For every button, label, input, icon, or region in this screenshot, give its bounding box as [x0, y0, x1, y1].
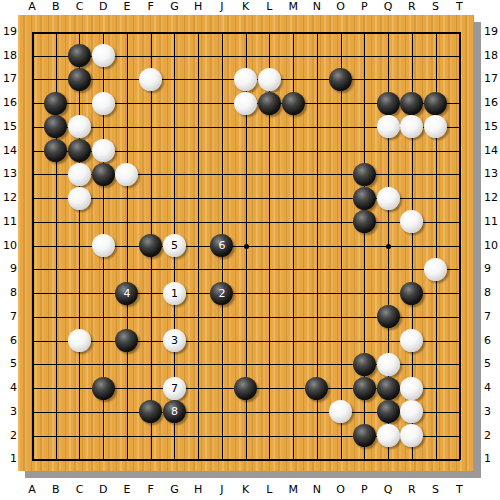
column-label-bottom: B: [46, 483, 66, 497]
stone-black[interactable]: [377, 92, 400, 115]
stone-black[interactable]: [377, 400, 400, 423]
stone-white[interactable]: 3: [163, 329, 186, 352]
row-label-left: 5: [0, 357, 17, 371]
stone-move-number: 1: [171, 288, 178, 299]
stone-move-number: 4: [123, 288, 130, 299]
stone-black[interactable]: [234, 377, 257, 400]
stone-white[interactable]: [424, 115, 447, 138]
stone-white[interactable]: [424, 258, 447, 281]
stone-white[interactable]: [377, 353, 400, 376]
row-label-right: 8: [484, 286, 500, 300]
column-label-bottom: E: [117, 483, 137, 497]
row-label-right: 17: [484, 72, 500, 86]
stone-black[interactable]: [377, 377, 400, 400]
stone-white[interactable]: [400, 400, 423, 423]
column-label-bottom: C: [69, 483, 89, 497]
stone-white[interactable]: [92, 139, 115, 162]
row-label-left: 4: [0, 381, 17, 395]
column-label-top: D: [93, 0, 113, 14]
stone-white[interactable]: 5: [163, 234, 186, 257]
stone-black[interactable]: [44, 115, 67, 138]
column-label-bottom: K: [236, 483, 256, 497]
board-grid-line-horizontal: [32, 293, 460, 294]
column-label-bottom: M: [283, 483, 303, 497]
column-label-top: J: [212, 0, 232, 14]
row-label-left: 3: [0, 405, 17, 419]
stone-white[interactable]: [68, 163, 91, 186]
column-label-bottom: P: [354, 483, 374, 497]
column-label-top: G: [164, 0, 184, 14]
column-label-top: H: [188, 0, 208, 14]
board-grid-line-horizontal: [32, 459, 460, 461]
column-label-top: T: [449, 0, 469, 14]
column-label-bottom: O: [331, 483, 351, 497]
stone-white[interactable]: [68, 115, 91, 138]
stone-black[interactable]: [353, 210, 376, 233]
stone-black[interactable]: [353, 187, 376, 210]
column-label-top: F: [141, 0, 161, 14]
column-label-bottom: A: [22, 483, 42, 497]
row-label-right: 15: [484, 120, 500, 134]
column-label-top: A: [22, 0, 42, 14]
row-label-right: 16: [484, 96, 500, 110]
stone-black[interactable]: [282, 92, 305, 115]
stone-white[interactable]: [258, 68, 281, 91]
column-label-bottom: R: [402, 483, 422, 497]
board-grid-line-vertical: [341, 32, 342, 460]
row-label-left: 15: [0, 120, 17, 134]
column-label-top: O: [331, 0, 351, 14]
stone-black[interactable]: [400, 92, 423, 115]
column-label-top: M: [283, 0, 303, 14]
column-label-bottom: Q: [378, 483, 398, 497]
stone-white[interactable]: [68, 329, 91, 352]
stone-black[interactable]: [68, 44, 91, 67]
column-label-bottom: D: [93, 483, 113, 497]
stone-black[interactable]: [400, 282, 423, 305]
stone-white[interactable]: 1: [163, 282, 186, 305]
stone-black[interactable]: [353, 424, 376, 447]
row-label-left: 8: [0, 286, 17, 300]
stone-move-number: 8: [171, 406, 178, 417]
stone-black[interactable]: 2: [210, 282, 233, 305]
column-label-bottom: J: [212, 483, 232, 497]
row-label-right: 1: [484, 452, 500, 466]
column-label-top: N: [307, 0, 327, 14]
stone-black[interactable]: [353, 163, 376, 186]
column-label-bottom: T: [449, 483, 469, 497]
column-label-top: K: [236, 0, 256, 14]
stone-white[interactable]: [92, 44, 115, 67]
go-board[interactable]: 56412378: [18, 15, 474, 471]
stone-move-number: 5: [171, 240, 178, 251]
stone-white[interactable]: [400, 329, 423, 352]
stone-white[interactable]: [377, 115, 400, 138]
stone-black[interactable]: [353, 353, 376, 376]
row-label-right: 5: [484, 357, 500, 371]
stone-white[interactable]: [234, 68, 257, 91]
stone-white[interactable]: [115, 163, 138, 186]
row-label-left: 17: [0, 72, 17, 86]
row-label-left: 6: [0, 334, 17, 348]
column-label-top: Q: [378, 0, 398, 14]
stone-black[interactable]: [305, 377, 328, 400]
stone-black[interactable]: [329, 68, 352, 91]
row-label-left: 1: [0, 452, 17, 466]
stone-black[interactable]: 6: [210, 234, 233, 257]
column-label-bottom: F: [141, 483, 161, 497]
column-label-bottom: L: [259, 483, 279, 497]
stone-white[interactable]: [329, 400, 352, 423]
stone-white[interactable]: [400, 115, 423, 138]
row-label-left: 16: [0, 96, 17, 110]
row-label-right: 3: [484, 405, 500, 419]
row-label-left: 18: [0, 49, 17, 63]
board-grid-line-horizontal: [32, 269, 460, 270]
stone-white[interactable]: [68, 187, 91, 210]
row-label-right: 2: [484, 429, 500, 443]
stone-white[interactable]: [234, 92, 257, 115]
stone-black[interactable]: [92, 377, 115, 400]
stone-black[interactable]: [92, 163, 115, 186]
column-label-top: S: [426, 0, 446, 14]
row-label-left: 11: [0, 215, 17, 229]
star-point: [244, 244, 249, 249]
column-label-top: C: [69, 0, 89, 14]
star-point: [386, 244, 391, 249]
row-label-left: 10: [0, 239, 17, 253]
stone-black[interactable]: [68, 68, 91, 91]
row-label-right: 7: [484, 310, 500, 324]
row-label-left: 2: [0, 429, 17, 443]
stone-move-number: 7: [171, 383, 178, 394]
stone-black[interactable]: [353, 377, 376, 400]
stone-white[interactable]: [377, 187, 400, 210]
row-label-right: 4: [484, 381, 500, 395]
row-label-right: 18: [484, 49, 500, 63]
stone-white[interactable]: [92, 92, 115, 115]
stone-white[interactable]: 7: [163, 377, 186, 400]
row-label-right: 6: [484, 334, 500, 348]
row-label-left: 14: [0, 144, 17, 158]
stone-black[interactable]: 8: [163, 400, 186, 423]
stone-black[interactable]: [44, 92, 67, 115]
stone-black[interactable]: [44, 139, 67, 162]
column-label-top: B: [46, 0, 66, 14]
board-grid-line-horizontal: [32, 341, 460, 342]
stone-black[interactable]: [377, 305, 400, 328]
stone-black[interactable]: [424, 92, 447, 115]
column-label-top: L: [259, 0, 279, 14]
row-label-left: 19: [0, 25, 17, 39]
stone-white[interactable]: [377, 424, 400, 447]
row-label-right: 13: [484, 167, 500, 181]
column-label-bottom: G: [164, 483, 184, 497]
stone-black[interactable]: 4: [115, 282, 138, 305]
row-label-right: 10: [484, 239, 500, 253]
go-game-screen: 56412378 AABBCCDDEEFFGGHHJJKKLLMMNNOOPPQ…: [0, 0, 500, 500]
row-label-right: 14: [484, 144, 500, 158]
board-grid-line-vertical: [459, 32, 461, 460]
row-label-right: 11: [484, 215, 500, 229]
stone-move-number: 3: [171, 335, 178, 346]
column-label-bottom: N: [307, 483, 327, 497]
column-label-bottom: H: [188, 483, 208, 497]
row-label-left: 7: [0, 310, 17, 324]
row-label-left: 9: [0, 262, 17, 276]
stone-white[interactable]: [139, 68, 162, 91]
row-label-left: 12: [0, 191, 17, 205]
stone-black[interactable]: [68, 139, 91, 162]
row-label-left: 13: [0, 167, 17, 181]
column-label-top: E: [117, 0, 137, 14]
stone-black[interactable]: [139, 234, 162, 257]
column-label-bottom: S: [426, 483, 446, 497]
stone-white[interactable]: [400, 424, 423, 447]
row-label-right: 12: [484, 191, 500, 205]
stone-black[interactable]: [258, 92, 281, 115]
column-label-top: P: [354, 0, 374, 14]
stone-white[interactable]: [92, 234, 115, 257]
stone-move-number: 6: [218, 240, 225, 251]
row-label-right: 19: [484, 25, 500, 39]
stone-white[interactable]: [400, 210, 423, 233]
stone-black[interactable]: [115, 329, 138, 352]
row-label-right: 9: [484, 262, 500, 276]
stone-move-number: 2: [218, 288, 225, 299]
stone-black[interactable]: [139, 400, 162, 423]
stone-white[interactable]: [400, 377, 423, 400]
column-label-top: R: [402, 0, 422, 14]
